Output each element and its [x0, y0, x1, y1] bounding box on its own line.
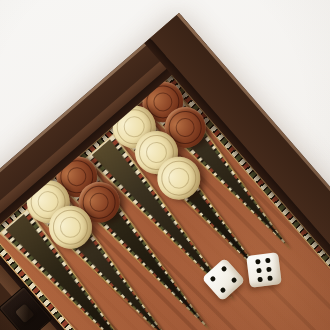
photo-backdrop [0, 0, 330, 330]
playing-field [0, 75, 330, 330]
hinge-knob [15, 303, 35, 323]
backgammon-board [0, 13, 330, 330]
checkers-layer [0, 75, 330, 330]
